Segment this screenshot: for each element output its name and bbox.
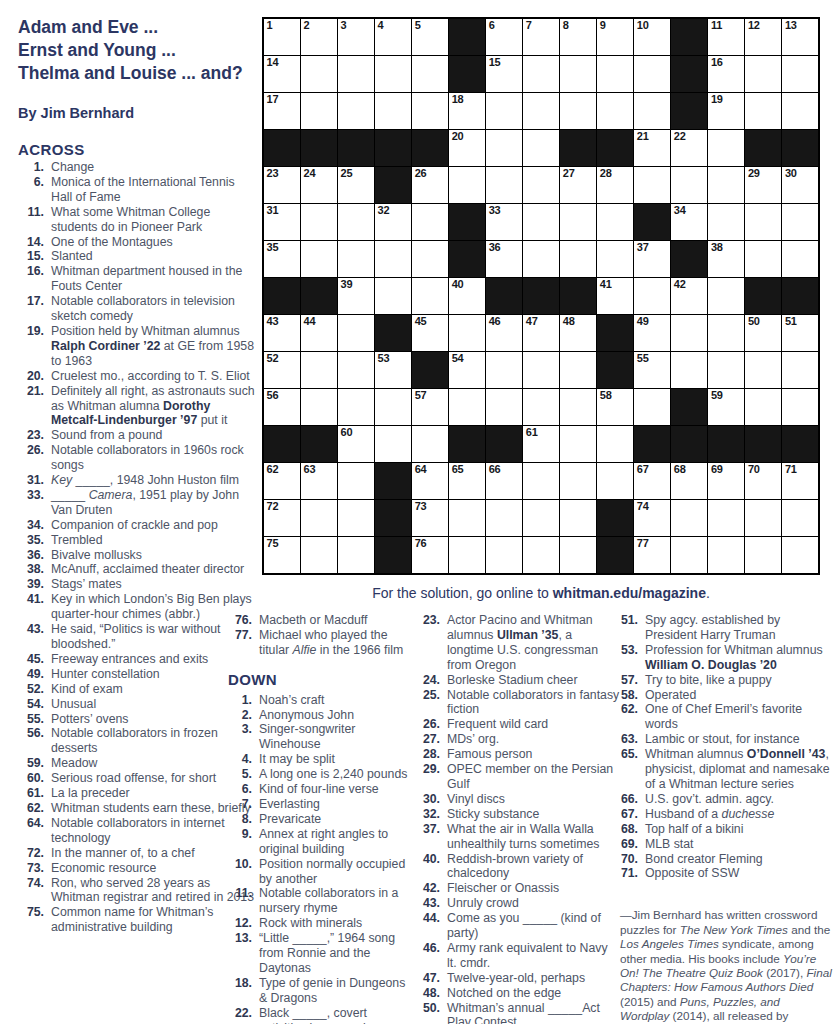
clue-text: In the manner of, to a chef	[51, 846, 258, 861]
grid-cell[interactable]: 33	[486, 204, 522, 240]
clue-item: 73.Economic resource	[18, 861, 258, 876]
grid-cell[interactable]	[486, 167, 522, 203]
grid-cell[interactable]: 56	[264, 389, 300, 425]
grid-cell[interactable]	[671, 500, 707, 536]
clue-text: Trembled	[51, 533, 258, 548]
grid-cell[interactable]	[708, 278, 744, 314]
clue-number: 62.	[18, 801, 51, 816]
grid-cell[interactable]: 61	[523, 426, 559, 462]
grid-cell[interactable]: 68	[671, 463, 707, 499]
grid-cell[interactable]	[523, 56, 559, 92]
grid-cell[interactable]	[671, 315, 707, 351]
clue-number: 12.	[228, 916, 259, 931]
clue-number: 30.	[416, 792, 447, 807]
clue-text: Potters’ ovens	[51, 712, 258, 727]
grid-cell[interactable]	[301, 93, 337, 129]
cell-number: 12	[748, 19, 760, 31]
grid-cell[interactable]: 52	[264, 352, 300, 388]
grid-cell[interactable]: 39	[338, 278, 374, 314]
grid-cell[interactable]	[560, 352, 596, 388]
cell-number: 15	[489, 56, 501, 68]
grid-cell[interactable]	[560, 463, 596, 499]
grid-cell[interactable]: 29	[745, 167, 781, 203]
black-square	[671, 241, 707, 277]
grid-cell[interactable]	[782, 204, 818, 240]
grid-cell[interactable]	[523, 352, 559, 388]
grid-cell[interactable]	[671, 537, 707, 573]
grid-cell[interactable]	[486, 93, 522, 129]
grid-cell[interactable]	[301, 204, 337, 240]
clue-number: 40.	[416, 852, 447, 882]
grid-cell[interactable]: 14	[264, 56, 300, 92]
grid-cell[interactable]: 18	[449, 93, 485, 129]
grid-cell[interactable]	[338, 315, 374, 351]
grid-cell[interactable]	[708, 537, 744, 573]
grid-cell[interactable]	[375, 278, 411, 314]
clue-text: Michael who played the titular Alfie in …	[259, 628, 410, 658]
grid-cell[interactable]: 66	[486, 463, 522, 499]
clue-text: Bond creator Fleming	[645, 852, 832, 867]
grid-cell[interactable]	[634, 93, 670, 129]
clue-text: Notable collaborators in frozen desserts	[51, 726, 258, 756]
grid-cell[interactable]: 47	[523, 315, 559, 351]
black-square	[782, 278, 818, 314]
grid-cell[interactable]	[560, 537, 596, 573]
grid-cell[interactable]	[708, 130, 744, 166]
grid-cell[interactable]	[301, 500, 337, 536]
cell-number: 50	[748, 315, 760, 327]
grid-cell[interactable]: 77	[634, 537, 670, 573]
text-segment: A long one is 2,240 pounds	[259, 767, 407, 781]
grid-cell[interactable]	[745, 241, 781, 277]
grid-cell[interactable]	[782, 500, 818, 536]
grid-cell[interactable]	[597, 426, 633, 462]
grid-cell[interactable]: 63	[301, 463, 337, 499]
grid-cell[interactable]	[301, 352, 337, 388]
grid-cell[interactable]: 9	[597, 19, 633, 55]
grid-cell[interactable]	[597, 56, 633, 92]
text-segment: He said, “Politics is war without bloods…	[51, 622, 220, 651]
grid-cell[interactable]: 43	[264, 315, 300, 351]
text-segment: Kind of exam	[51, 682, 123, 696]
clue-text: Stags’ mates	[51, 577, 258, 592]
grid-cell[interactable]	[708, 352, 744, 388]
grid-cell[interactable]	[301, 241, 337, 277]
grid-cell[interactable]	[782, 56, 818, 92]
clue-text: Top half of a bikini	[645, 822, 832, 837]
clue-text: A long one is 2,240 pounds	[259, 767, 410, 782]
clue-text: “Little _____,” 1964 song from Ronnie an…	[259, 931, 410, 976]
grid-cell[interactable]	[597, 463, 633, 499]
cell-number: 72	[267, 500, 279, 512]
grid-cell[interactable]	[338, 389, 374, 425]
grid-cell[interactable]: 3	[338, 19, 374, 55]
grid-cell[interactable]	[597, 93, 633, 129]
grid-cell[interactable]	[523, 130, 559, 166]
grid-cell[interactable]	[486, 130, 522, 166]
grid-cell[interactable]	[782, 93, 818, 129]
cell-number: 73	[415, 500, 427, 512]
text-segment: Unusual	[51, 697, 96, 711]
grid-cell[interactable]	[375, 56, 411, 92]
grid-cell[interactable]: 65	[449, 463, 485, 499]
clue-item: 72.In the manner of, to a chef	[18, 846, 258, 861]
grid-cell[interactable]	[375, 389, 411, 425]
grid-cell[interactable]	[412, 56, 448, 92]
cell-number: 10	[637, 19, 649, 31]
text-segment: (2017),	[763, 966, 807, 979]
text-segment: Borleske Stadium cheer	[447, 673, 578, 687]
clue-number: 75.	[18, 905, 51, 935]
cell-number: 5	[415, 19, 421, 31]
grid-cell[interactable]: 69	[708, 463, 744, 499]
grid-cell[interactable]	[560, 389, 596, 425]
grid-cell[interactable]: 15	[486, 56, 522, 92]
black-square	[523, 278, 559, 314]
cell-number: 41	[600, 278, 612, 290]
clue-item: 58.Operated	[614, 688, 832, 703]
grid-cell[interactable]	[338, 352, 374, 388]
grid-cell[interactable]	[634, 56, 670, 92]
clue-item: 3.Singer-songwriter Winehouse	[228, 722, 410, 752]
cell-number: 59	[711, 389, 723, 401]
clue-item: 39.Stags’ mates	[18, 577, 258, 592]
grid-cell[interactable]	[745, 352, 781, 388]
cell-number: 11	[711, 19, 722, 31]
grid-cell[interactable]	[486, 352, 522, 388]
grid-cell[interactable]	[745, 500, 781, 536]
grid-cell[interactable]	[449, 167, 485, 203]
grid-cell[interactable]: 76	[412, 537, 448, 573]
grid-cell[interactable]: 2	[301, 19, 337, 55]
clue-text: Try to bite, like a puppy	[645, 673, 832, 688]
grid-cell[interactable]: 51	[782, 315, 818, 351]
cell-number: 55	[637, 352, 649, 364]
clue-item: 18.Type of genie in Dungeons & Dragons	[228, 976, 410, 1006]
grid-cell[interactable]	[301, 537, 337, 573]
clue-number: 20.	[18, 369, 51, 384]
clue-text: Noah’s craft	[259, 693, 410, 708]
grid-cell[interactable]	[523, 537, 559, 573]
grid-cell[interactable]: 59	[708, 389, 744, 425]
grid-cell[interactable]	[782, 537, 818, 573]
clue-item: 20.Cruelest mo., according to T. S. Elio…	[18, 369, 258, 384]
grid-cell[interactable]	[560, 500, 596, 536]
grid-cell[interactable]: 64	[412, 463, 448, 499]
text-segment: U.S. gov’t. admin. agcy.	[645, 792, 774, 806]
text-segment: Kind of four-line verse	[259, 782, 379, 796]
grid-cell[interactable]	[708, 500, 744, 536]
text-segment: Camera	[89, 488, 133, 502]
grid-cell[interactable]: 21	[634, 130, 670, 166]
grid-cell[interactable]: 54	[449, 352, 485, 388]
clue-text: Slanted	[51, 249, 258, 264]
grid-cell[interactable]: 28	[597, 167, 633, 203]
grid-cell[interactable]	[375, 426, 411, 462]
grid-cell[interactable]	[338, 463, 374, 499]
grid-cell[interactable]	[708, 315, 744, 351]
text-segment: Freeway entrances and exits	[51, 652, 208, 666]
text-segment: O’Donnell ’43	[747, 747, 826, 761]
clue-item: 11.What some Whitman College students do…	[18, 205, 258, 235]
grid-cell[interactable]: 26	[412, 167, 448, 203]
grid-cell[interactable]	[560, 204, 596, 240]
grid-cell[interactable]	[523, 500, 559, 536]
black-square	[782, 426, 818, 462]
black-square	[301, 278, 337, 314]
solution-note-text: For the solution, go online to	[372, 585, 553, 601]
grid-cell[interactable]: 8	[560, 19, 596, 55]
cell-number: 42	[674, 278, 686, 290]
grid-cell[interactable]	[375, 241, 411, 277]
grid-cell[interactable]: 30	[782, 167, 818, 203]
grid-cell[interactable]: 1	[264, 19, 300, 55]
grid-cell[interactable]: 19	[708, 93, 744, 129]
grid-cell[interactable]: 38	[708, 241, 744, 277]
grid-cell[interactable]	[301, 56, 337, 92]
black-square	[264, 130, 300, 166]
clue-number: 74.	[18, 876, 51, 906]
grid-cell[interactable]	[745, 537, 781, 573]
grid-cell[interactable]: 17	[264, 93, 300, 129]
grid-cell[interactable]: 73	[412, 500, 448, 536]
grid-cell[interactable]: 37	[634, 241, 670, 277]
black-square	[708, 426, 744, 462]
grid-cell[interactable]	[375, 93, 411, 129]
clue-item: 6.Kind of four-line verse	[228, 782, 410, 797]
clue-item: 21.Definitely all right, as astronauts s…	[18, 384, 258, 429]
clue-number: 32.	[416, 807, 447, 822]
black-square	[375, 167, 411, 203]
solution-url-link[interactable]: whitman.edu/magazine	[553, 585, 706, 601]
clue-text: Key in which London’s Big Ben plays quar…	[51, 592, 258, 622]
grid-cell[interactable]	[634, 167, 670, 203]
clue-number: 45.	[18, 652, 51, 667]
clue-item: 33._____ Camera, 1951 play by John Van D…	[18, 488, 258, 518]
crossword-grid[interactable]: 1234567891011121314151617181920212223242…	[262, 17, 820, 575]
grid-cell[interactable]	[708, 167, 744, 203]
clue-item: 43.Unruly crowd	[416, 896, 620, 911]
grid-cell[interactable]	[745, 204, 781, 240]
grid-cell[interactable]	[782, 389, 818, 425]
grid-cell[interactable]: 62	[264, 463, 300, 499]
clue-number: 1.	[228, 693, 259, 708]
grid-cell[interactable]: 24	[301, 167, 337, 203]
text-segment: Noah’s craft	[259, 693, 324, 707]
clue-number: 43.	[18, 622, 51, 652]
clue-text: Unusual	[51, 697, 258, 712]
grid-cell[interactable]: 23	[264, 167, 300, 203]
grid-cell[interactable]: 67	[634, 463, 670, 499]
grid-cell[interactable]	[560, 426, 596, 462]
clue-item: 63.Lambic or stout, for instance	[614, 732, 832, 747]
grid-cell[interactable]: 41	[597, 278, 633, 314]
cell-number: 26	[415, 167, 427, 179]
grid-cell[interactable]: 35	[264, 241, 300, 277]
text-segment: Frequent wild card	[447, 717, 548, 731]
clue-item: 43.He said, “Politics is war without blo…	[18, 622, 258, 652]
grid-cell[interactable]: 36	[486, 241, 522, 277]
grid-cell[interactable]	[671, 167, 707, 203]
cell-number: 22	[674, 130, 686, 142]
grid-cell[interactable]: 13	[782, 19, 818, 55]
clue-item: 1.Noah’s craft	[228, 693, 410, 708]
grid-cell[interactable]	[486, 500, 522, 536]
clue-item: 12.Rock with minerals	[228, 916, 410, 931]
grid-cell[interactable]: 49	[634, 315, 670, 351]
grid-cell[interactable]: 6	[486, 19, 522, 55]
grid-cell[interactable]	[338, 537, 374, 573]
grid-cell[interactable]	[486, 389, 522, 425]
text-segment: Position normally occupied by another	[259, 857, 405, 886]
clue-item: 48.Notched on the edge	[416, 986, 620, 1001]
grid-cell[interactable]	[745, 93, 781, 129]
clue-number: 50.	[416, 1001, 447, 1024]
clue-text: Annex at right angles to original buildi…	[259, 827, 410, 857]
grid-cell[interactable]	[523, 204, 559, 240]
grid-cell[interactable]	[338, 204, 374, 240]
clue-text: MDs’ org.	[447, 732, 620, 747]
clue-item: 40.Reddish-brown variety of chalcedony	[416, 852, 620, 882]
clue-number: 69.	[614, 837, 645, 852]
grid-cell[interactable]	[634, 389, 670, 425]
grid-cell[interactable]: 34	[671, 204, 707, 240]
clue-text: Borleske Stadium cheer	[447, 673, 620, 688]
grid-cell[interactable]: 10	[634, 19, 670, 55]
grid-cell[interactable]	[486, 537, 522, 573]
grid-cell[interactable]: 40	[449, 278, 485, 314]
grid-cell[interactable]: 12	[745, 19, 781, 55]
text-segment: Sound from a pound	[51, 428, 162, 442]
grid-cell[interactable]: 55	[634, 352, 670, 388]
grid-cell[interactable]	[412, 93, 448, 129]
clue-text: Notable collaborators in a nursery rhyme	[259, 886, 410, 916]
grid-cell[interactable]	[560, 56, 596, 92]
grid-cell[interactable]: 48	[560, 315, 596, 351]
clue-item: 62.Whitman students earn these, briefly	[18, 801, 258, 816]
grid-cell[interactable]	[523, 93, 559, 129]
grid-cell[interactable]	[338, 500, 374, 536]
grid-cell[interactable]: 75	[264, 537, 300, 573]
cell-number: 2	[304, 19, 310, 31]
clue-number: 26.	[416, 717, 447, 732]
grid-cell[interactable]: 32	[375, 204, 411, 240]
clue-number: 46.	[416, 941, 447, 971]
grid-cell[interactable]	[412, 241, 448, 277]
grid-cell[interactable]: 7	[523, 19, 559, 55]
clue-item: 42.Fleischer or Onassis	[416, 881, 620, 896]
grid-cell[interactable]	[745, 389, 781, 425]
grid-cell[interactable]: 20	[449, 130, 485, 166]
grid-cell[interactable]	[671, 352, 707, 388]
grid-cell[interactable]	[449, 389, 485, 425]
grid-cell[interactable]	[560, 93, 596, 129]
grid-cell[interactable]: 5	[412, 19, 448, 55]
grid-cell[interactable]: 50	[745, 315, 781, 351]
clue-number: 63.	[614, 732, 645, 747]
clue-text: Economic resource	[51, 861, 258, 876]
grid-cell[interactable]	[523, 463, 559, 499]
grid-cell[interactable]	[449, 537, 485, 573]
grid-cell[interactable]	[597, 241, 633, 277]
grid-cell[interactable]	[523, 167, 559, 203]
text-segment: Bivalve mollusks	[51, 548, 142, 562]
text-segment: Notched on the edge	[447, 986, 561, 1000]
grid-cell[interactable]	[412, 204, 448, 240]
clue-number: 15.	[18, 249, 51, 264]
grid-cell[interactable]: 72	[264, 500, 300, 536]
grid-cell[interactable]	[338, 56, 374, 92]
grid-cell[interactable]: 11	[708, 19, 744, 55]
text-segment: Stags’ mates	[51, 577, 122, 591]
grid-cell[interactable]: 70	[745, 463, 781, 499]
cell-number: 28	[600, 167, 612, 179]
clue-number: 56.	[18, 726, 51, 756]
text-segment: in the 1966 film	[316, 643, 403, 657]
grid-cell[interactable]	[708, 204, 744, 240]
clue-text: Vinyl discs	[447, 792, 620, 807]
grid-cell[interactable]	[338, 93, 374, 129]
grid-cell[interactable]: 57	[412, 389, 448, 425]
grid-cell[interactable]: 42	[671, 278, 707, 314]
clue-text: Cruelest mo., according to T. S. Eliot	[51, 369, 258, 384]
grid-cell[interactable]: 31	[264, 204, 300, 240]
black-square	[671, 426, 707, 462]
grid-cell[interactable]	[560, 241, 596, 277]
grid-cell[interactable]: 60	[338, 426, 374, 462]
grid-cell[interactable]: 27	[560, 167, 596, 203]
grid-cell[interactable]: 53	[375, 352, 411, 388]
grid-cell[interactable]: 22	[671, 130, 707, 166]
clue-item: 76.Macbeth or Macduff	[228, 613, 410, 628]
text-segment: Famous person	[447, 747, 532, 761]
grid-cell[interactable]	[301, 389, 337, 425]
grid-cell[interactable]	[782, 241, 818, 277]
clue-number: 23.	[416, 613, 447, 673]
grid-cell[interactable]	[634, 278, 670, 314]
solution-note: For the solution, go online to whitman.e…	[262, 585, 820, 601]
grid-cell[interactable]: 25	[338, 167, 374, 203]
grid-cell[interactable]: 16	[708, 56, 744, 92]
clue-number: 59.	[18, 756, 51, 771]
grid-cell[interactable]: 4	[375, 19, 411, 55]
grid-cell[interactable]	[449, 500, 485, 536]
grid-cell[interactable]	[338, 241, 374, 277]
clue-item: 41.Key in which London’s Big Ben plays q…	[18, 592, 258, 622]
grid-cell[interactable]	[523, 241, 559, 277]
clue-number: 67.	[614, 807, 645, 822]
grid-cell[interactable]: 46	[486, 315, 522, 351]
grid-cell[interactable]	[523, 389, 559, 425]
text-segment: Alfie	[293, 643, 317, 657]
clue-number: 2.	[228, 708, 259, 723]
grid-cell[interactable]	[412, 426, 448, 462]
grid-cell[interactable]: 58	[597, 389, 633, 425]
grid-cell[interactable]: 74	[634, 500, 670, 536]
grid-cell[interactable]	[745, 56, 781, 92]
grid-cell[interactable]: 44	[301, 315, 337, 351]
grid-cell[interactable]	[782, 352, 818, 388]
grid-cell[interactable]	[597, 204, 633, 240]
grid-cell[interactable]	[412, 278, 448, 314]
cell-number: 4	[378, 19, 384, 31]
grid-cell[interactable]	[449, 315, 485, 351]
clue-item: 70.Bond creator Fleming	[614, 852, 832, 867]
clue-text: Army rank equivalent to Navy lt. cmdr.	[447, 941, 620, 971]
grid-cell[interactable]: 45	[412, 315, 448, 351]
cell-number: 48	[563, 315, 575, 327]
grid-cell[interactable]: 71	[782, 463, 818, 499]
